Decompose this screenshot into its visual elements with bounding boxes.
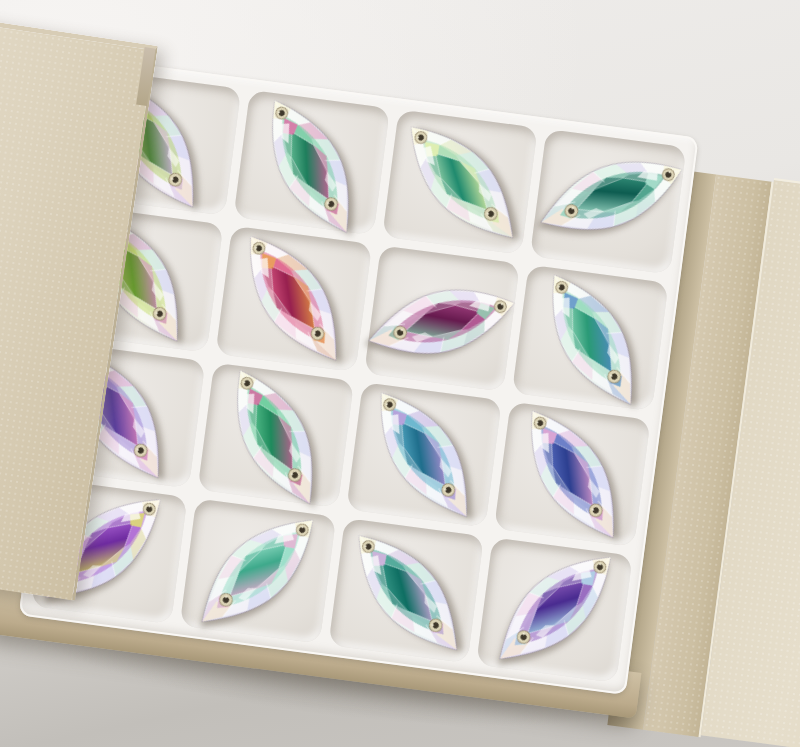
tray-cell-r3c3: [346, 382, 502, 528]
rhinestone-r2c2: [214, 211, 372, 387]
rhinestone-r3c3: [345, 367, 503, 543]
rhinestone-r2c4: [516, 252, 668, 428]
tray-cell-r4c4: [476, 537, 632, 683]
rhinestone-r4c4: [469, 524, 641, 691]
rhinestone-r1c3: [378, 97, 545, 269]
rhinestone-r2c3: [356, 261, 527, 383]
crystal-gem: [524, 129, 698, 263]
tray-cell-r2c3: [364, 246, 520, 392]
tray-cell-r2c2: [215, 226, 371, 372]
tray-cell-r1c3: [382, 109, 538, 255]
crystal-gem: [172, 487, 344, 654]
tray-cell-r4c3: [328, 518, 484, 664]
crystal-gem: [516, 252, 668, 428]
rhinestone-r4c2: [172, 487, 344, 654]
tray-cell-r3c2: [197, 362, 353, 508]
rhinestone-r1c4: [524, 129, 698, 263]
crystal-gem: [345, 367, 503, 543]
tray-cell-r1c4: [530, 129, 686, 275]
crystal-gem: [356, 261, 527, 383]
rhinestone-r4c3: [325, 506, 490, 679]
crystal-gem: [378, 97, 545, 269]
tray-cell-r3c4: [494, 401, 650, 547]
tray-cell-r1c2: [233, 90, 389, 236]
crystal-gem: [325, 506, 490, 679]
photo-stage: [0, 0, 800, 747]
tray-cell-r4c2: [179, 498, 335, 644]
crystal-gem: [469, 524, 641, 691]
crystal-gem: [214, 211, 372, 387]
tray-cell-r2c4: [512, 265, 668, 411]
